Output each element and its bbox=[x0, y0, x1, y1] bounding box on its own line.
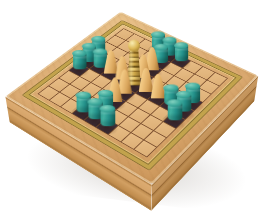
attacker-cap bbox=[175, 91, 191, 98]
king-dome bbox=[128, 40, 140, 52]
attacker-piece-f9[interactable] bbox=[97, 119, 118, 134]
attacker-cap bbox=[153, 44, 167, 51]
attacker-piece-shape bbox=[174, 42, 188, 61]
attacker-piece-shape bbox=[92, 48, 107, 67]
product-photo-scene bbox=[0, 0, 270, 219]
attacker-piece-a6[interactable] bbox=[69, 63, 88, 75]
attacker-piece-shape bbox=[72, 50, 87, 69]
attacker-cap bbox=[166, 99, 182, 106]
attacker-cap bbox=[72, 50, 87, 57]
attacker-piece-shape bbox=[99, 105, 115, 126]
attacker-piece-shape bbox=[166, 99, 182, 120]
attacker-cap bbox=[97, 90, 113, 97]
attacker-cap bbox=[184, 82, 199, 89]
attacker-piece-i6[interactable] bbox=[164, 113, 185, 128]
attacker-cap bbox=[99, 105, 115, 112]
attacker-cap bbox=[92, 48, 107, 55]
attacker-cap bbox=[174, 42, 188, 49]
attacker-piece-f1[interactable] bbox=[171, 55, 190, 67]
attacker-cap bbox=[91, 36, 105, 43]
